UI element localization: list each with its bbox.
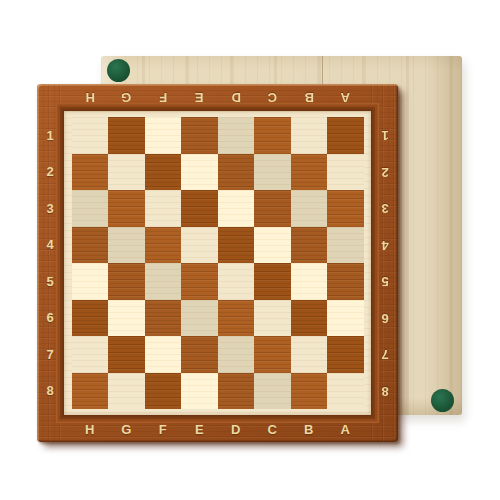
- coord-right-numbers-label: 8: [376, 373, 394, 410]
- square-h5: [72, 263, 109, 300]
- square-f3: [145, 190, 182, 227]
- square-d6: [218, 300, 255, 337]
- square-e2: [181, 154, 218, 191]
- coord-left-numbers-label: 2: [41, 154, 59, 191]
- square-e1: [181, 117, 218, 154]
- square-g5: [108, 263, 145, 300]
- coord-left-numbers-label: 1: [41, 117, 59, 154]
- square-b5: [291, 263, 328, 300]
- square-f8: [145, 373, 182, 410]
- square-e6: [181, 300, 218, 337]
- square-g1: [108, 117, 145, 154]
- coord-right-numbers-label: 7: [376, 336, 394, 373]
- felt-pad-bottom-right: [431, 389, 454, 412]
- coord-top-letters-label: E: [181, 89, 218, 107]
- square-f6: [145, 300, 182, 337]
- square-b1: [291, 117, 328, 154]
- coord-top-letters-label: F: [145, 89, 182, 107]
- square-a8: [327, 373, 364, 410]
- square-g3: [108, 190, 145, 227]
- square-a1: [327, 117, 364, 154]
- square-h4: [72, 227, 109, 264]
- square-d7: [218, 336, 255, 373]
- square-e8: [181, 373, 218, 410]
- coord-left-numbers-label: 7: [41, 336, 59, 373]
- square-h8: [72, 373, 109, 410]
- scene: HGFEDCBA HGFEDCBA 12345678 12345678: [0, 0, 500, 500]
- coord-bottom-letters-label: F: [145, 420, 182, 438]
- frame-right-rail: [371, 84, 398, 442]
- square-g8: [108, 373, 145, 410]
- square-g4: [108, 227, 145, 264]
- square-d3: [218, 190, 255, 227]
- square-d4: [218, 227, 255, 264]
- square-d8: [218, 373, 255, 410]
- coord-bottom-letters-label: H: [72, 420, 109, 438]
- coord-right-numbers-label: 2: [376, 154, 394, 191]
- square-b7: [291, 336, 328, 373]
- square-a7: [327, 336, 364, 373]
- play-surface: [64, 111, 371, 415]
- chess-grid: [72, 117, 364, 409]
- square-f7: [145, 336, 182, 373]
- square-g7: [108, 336, 145, 373]
- square-f2: [145, 154, 182, 191]
- frame-left-rail: [37, 84, 64, 442]
- square-c1: [254, 117, 291, 154]
- coord-left-numbers: 12345678: [41, 117, 59, 409]
- square-d5: [218, 263, 255, 300]
- square-h6: [72, 300, 109, 337]
- coord-bottom-letters-label: G: [108, 420, 145, 438]
- square-d1: [218, 117, 255, 154]
- coord-bottom-letters: HGFEDCBA: [72, 420, 364, 438]
- square-c4: [254, 227, 291, 264]
- square-b8: [291, 373, 328, 410]
- square-c6: [254, 300, 291, 337]
- coord-bottom-letters-label: D: [218, 420, 255, 438]
- coord-top-letters-label: D: [218, 89, 255, 107]
- coord-left-numbers-label: 5: [41, 263, 59, 300]
- square-a3: [327, 190, 364, 227]
- coord-bottom-letters-label: E: [181, 420, 218, 438]
- square-h7: [72, 336, 109, 373]
- front-board: HGFEDCBA HGFEDCBA 12345678 12345678: [37, 84, 398, 442]
- square-e3: [181, 190, 218, 227]
- coord-left-numbers-label: 6: [41, 300, 59, 337]
- coord-bottom-letters-label: A: [327, 420, 364, 438]
- coord-left-numbers-label: 8: [41, 373, 59, 410]
- square-a4: [327, 227, 364, 264]
- square-b6: [291, 300, 328, 337]
- square-f5: [145, 263, 182, 300]
- square-e4: [181, 227, 218, 264]
- square-a6: [327, 300, 364, 337]
- square-g2: [108, 154, 145, 191]
- square-c2: [254, 154, 291, 191]
- square-c7: [254, 336, 291, 373]
- coord-top-letters-label: B: [291, 89, 328, 107]
- square-c5: [254, 263, 291, 300]
- coord-top-letters: HGFEDCBA: [72, 89, 364, 107]
- square-d2: [218, 154, 255, 191]
- square-a5: [327, 263, 364, 300]
- square-g6: [108, 300, 145, 337]
- coord-bottom-letters-label: C: [254, 420, 291, 438]
- coord-top-letters-label: A: [327, 89, 364, 107]
- coord-right-numbers: 12345678: [376, 117, 394, 409]
- coord-right-numbers-label: 5: [376, 263, 394, 300]
- coord-left-numbers-label: 3: [41, 190, 59, 227]
- square-b2: [291, 154, 328, 191]
- square-c8: [254, 373, 291, 410]
- coord-right-numbers-label: 6: [376, 300, 394, 337]
- coord-left-numbers-label: 4: [41, 227, 59, 264]
- coord-right-numbers-label: 1: [376, 117, 394, 154]
- square-f1: [145, 117, 182, 154]
- square-b3: [291, 190, 328, 227]
- square-a2: [327, 154, 364, 191]
- square-e5: [181, 263, 218, 300]
- coord-right-numbers-label: 4: [376, 227, 394, 264]
- square-h3: [72, 190, 109, 227]
- square-b4: [291, 227, 328, 264]
- coord-top-letters-label: G: [108, 89, 145, 107]
- square-f4: [145, 227, 182, 264]
- felt-pad-top-left: [107, 59, 130, 82]
- square-h1: [72, 117, 109, 154]
- coord-top-letters-label: C: [254, 89, 291, 107]
- coord-bottom-letters-label: B: [291, 420, 328, 438]
- coord-right-numbers-label: 3: [376, 190, 394, 227]
- coord-top-letters-label: H: [72, 89, 109, 107]
- square-h2: [72, 154, 109, 191]
- square-e7: [181, 336, 218, 373]
- square-c3: [254, 190, 291, 227]
